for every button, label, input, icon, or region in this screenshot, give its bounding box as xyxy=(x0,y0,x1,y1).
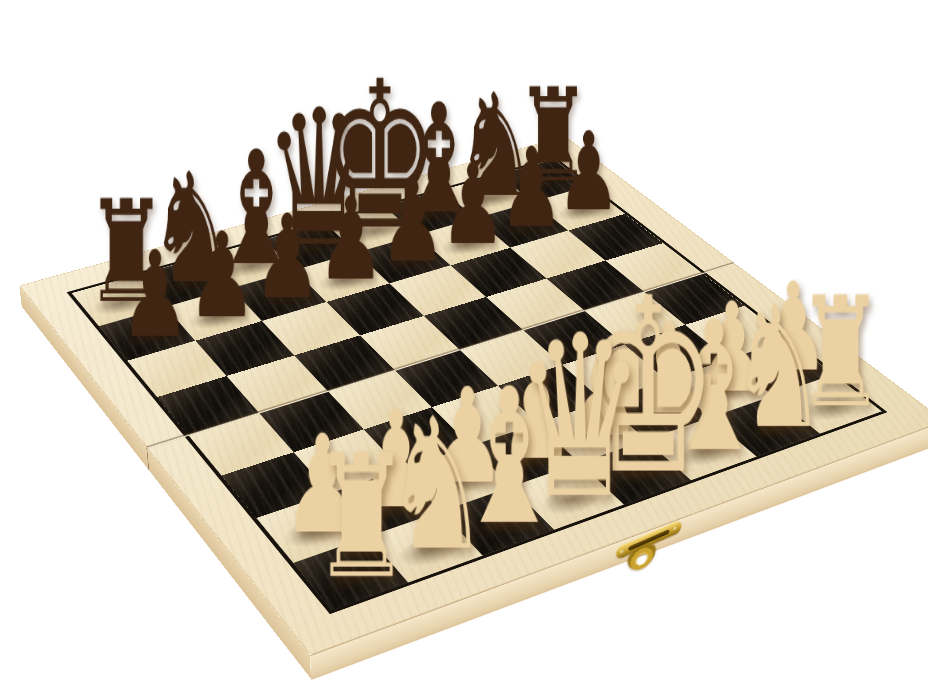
black-pawn-g7: ♟ xyxy=(499,145,563,233)
clasp-screw-left xyxy=(620,548,625,554)
board: ♜♞♝♛♚♝♞♜♟♟♟♟♟♟♟♟♟♟♟♟♟♟♟♟♜♞♝♛♚♝♞♜ xyxy=(19,136,928,655)
black-pawn-c7: ♟ xyxy=(253,212,321,305)
black-pawn-a7: ♟ xyxy=(120,248,190,343)
white-rook-a1: ♜ xyxy=(312,450,411,586)
black-pawn-e7: ♟ xyxy=(380,177,446,267)
brass-clasp xyxy=(616,519,682,579)
black-pawn-f7: ♟ xyxy=(440,161,505,250)
black-pawn-d7: ♟ xyxy=(317,194,384,285)
black-pawn-h7: ♟ xyxy=(557,129,621,216)
black-pawn-b7: ♟ xyxy=(188,230,257,324)
scene: ♜♞♝♛♚♝♞♜♟♟♟♟♟♟♟♟♟♟♟♟♟♟♟♟♜♞♝♛♚♝♞♜ xyxy=(0,0,928,686)
